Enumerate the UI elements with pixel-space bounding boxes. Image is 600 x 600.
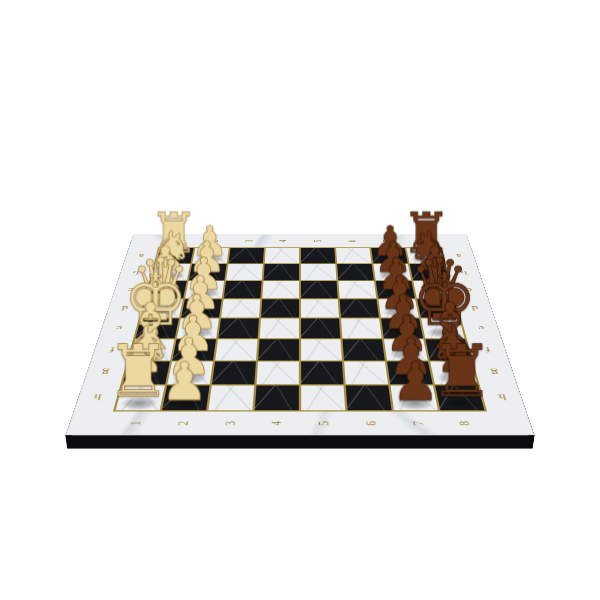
square-e1: ♚ — [135, 319, 178, 339]
square-h1: ♜ — [116, 386, 165, 411]
square-h3 — [208, 386, 254, 411]
file-label: c — [451, 281, 489, 299]
file-label: e — [461, 318, 502, 339]
square-a7: ♟ — [371, 248, 408, 263]
rank-label: 6 — [336, 234, 367, 249]
file-label: c — [111, 281, 149, 299]
square-b3 — [226, 264, 263, 280]
piece-shadow — [382, 307, 415, 317]
piece-shadow — [192, 271, 223, 280]
square-b4 — [264, 264, 300, 280]
square-a1: ♜ — [156, 248, 194, 263]
piece-shadow — [422, 307, 456, 317]
piece-shadow — [385, 327, 420, 338]
square-a2: ♟ — [192, 248, 229, 263]
file-label: d — [456, 299, 495, 318]
piece-shadow — [171, 372, 208, 385]
square-e2: ♟ — [177, 319, 219, 339]
square-a5 — [301, 248, 335, 263]
file-label: b — [118, 264, 155, 281]
piece-shadow — [380, 289, 412, 299]
square-b8: ♞ — [410, 264, 449, 280]
file-label: a — [442, 248, 477, 264]
square-h6 — [346, 386, 392, 411]
product-photo: abcdefgh abcdefgh 12345678 12345678 ♜♟♟♜… — [0, 0, 600, 600]
piece-shadow — [441, 396, 481, 410]
piece-shadow — [126, 372, 164, 385]
square-d1: ♛ — [141, 299, 183, 317]
square-a3 — [228, 248, 263, 263]
rank-label: 4 — [268, 234, 298, 249]
file-label: e — [98, 318, 139, 339]
square-a8: ♜ — [406, 248, 444, 263]
square-e8: ♚ — [421, 319, 464, 339]
piece-shadow — [418, 289, 451, 299]
square-d5 — [301, 299, 339, 317]
rank-labels-back: 12345678 — [160, 235, 439, 248]
file-label: d — [105, 299, 144, 318]
piece-shadow — [119, 396, 159, 410]
rank-label: 8 — [404, 234, 437, 249]
piece-shadow — [436, 372, 474, 385]
piece-shadow — [166, 396, 205, 410]
square-d7: ♟ — [378, 299, 419, 317]
square-d3 — [221, 299, 260, 317]
square-b2: ♟ — [189, 264, 227, 280]
rank-label: 7 — [370, 234, 402, 249]
rank-label: 2 — [198, 234, 230, 249]
file-label: a — [123, 248, 158, 264]
piece-shadow — [149, 289, 182, 299]
piece-shadow — [144, 307, 178, 317]
square-e7: ♟ — [381, 319, 423, 339]
rank-label: 3 — [233, 234, 264, 249]
square-b1: ♞ — [151, 264, 190, 280]
chess-board: abcdefgh abcdefgh 12345678 12345678 ♜♟♟♜… — [65, 235, 534, 436]
square-d4 — [261, 299, 299, 317]
piece-shadow — [154, 271, 186, 280]
square-e3 — [218, 319, 259, 339]
board-edge-front — [65, 435, 534, 448]
file-label: f — [467, 339, 510, 361]
piece-shadow — [180, 327, 215, 338]
square-e6 — [341, 319, 382, 339]
playing-area: ♜♟♟♜♞♟♟♞♝♟♟♝♛♟♟♛♚♟♟♚♝♟♟♝♞♟♟♞♜♟♟♜ — [113, 247, 487, 411]
square-h8: ♜ — [435, 386, 484, 411]
file-label: b — [446, 264, 483, 281]
square-h4 — [255, 386, 299, 411]
square-a4 — [265, 248, 299, 263]
piece-shadow — [414, 271, 446, 280]
square-e5 — [301, 319, 340, 339]
piece-shadow — [377, 271, 408, 280]
piece-shadow — [392, 372, 429, 385]
piece-shadow — [395, 396, 434, 410]
square-h5 — [301, 386, 345, 411]
file-label: h — [480, 384, 527, 410]
piece-shadow — [184, 307, 217, 317]
square-h7: ♟ — [390, 386, 438, 411]
square-d2: ♟ — [181, 299, 222, 317]
rank-label: 1 — [163, 234, 196, 249]
rank-label: 5 — [302, 234, 332, 249]
square-a6 — [336, 248, 371, 263]
square-h2: ♟ — [162, 386, 210, 411]
square-b6 — [337, 264, 374, 280]
square-d8: ♛ — [417, 299, 459, 317]
square-b7: ♟ — [373, 264, 411, 280]
piece-shadow — [139, 327, 174, 338]
piece-shadow — [426, 327, 461, 338]
piece-shadow — [188, 289, 220, 299]
square-e4 — [260, 319, 299, 339]
square-d6 — [340, 299, 379, 317]
square-b5 — [301, 264, 337, 280]
